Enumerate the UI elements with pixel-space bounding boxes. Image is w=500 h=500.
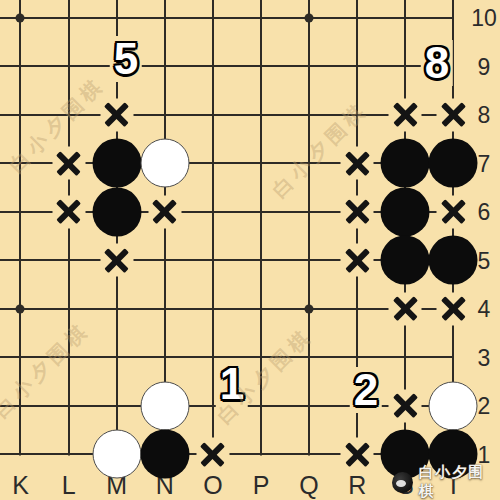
point-T8 bbox=[429, 91, 477, 140]
point-O10 bbox=[189, 0, 237, 42]
point-N9 bbox=[141, 42, 189, 91]
white-stone bbox=[140, 139, 189, 188]
point-S10 bbox=[381, 0, 429, 42]
point-R8 bbox=[333, 91, 381, 140]
point-M8 bbox=[93, 91, 141, 140]
black-stone bbox=[92, 187, 141, 236]
liberty-mark-x bbox=[437, 292, 470, 325]
point-R4 bbox=[333, 285, 381, 334]
point-K2 bbox=[0, 382, 45, 431]
point-N5 bbox=[141, 236, 189, 285]
black-stone bbox=[381, 187, 430, 236]
white-stone bbox=[92, 430, 141, 479]
liberty-mark-x bbox=[148, 195, 181, 228]
go-diagram: KLMNOPQRST 10987654321 5812 白小夕围棋 白小夕围棋 … bbox=[0, 0, 500, 500]
liberty-count-1: 1 bbox=[216, 361, 248, 407]
point-K10 bbox=[0, 0, 45, 42]
brand-logo-text: 白小夕围棋 bbox=[419, 463, 500, 500]
point-K6 bbox=[0, 188, 45, 237]
point-P4 bbox=[237, 285, 285, 334]
row-label-10: 10 bbox=[471, 5, 497, 32]
point-M6 bbox=[93, 188, 141, 237]
column-label-R: R bbox=[348, 471, 366, 500]
liberty-mark-x bbox=[52, 195, 85, 228]
liberty-mark-x bbox=[341, 195, 374, 228]
point-N10 bbox=[141, 0, 189, 42]
row-label-2: 2 bbox=[478, 393, 491, 420]
point-Q10 bbox=[285, 0, 333, 42]
liberty-mark-x bbox=[100, 98, 133, 131]
point-O8 bbox=[189, 91, 237, 140]
point-S7 bbox=[381, 139, 429, 188]
point-N1 bbox=[141, 430, 189, 479]
point-M5 bbox=[93, 236, 141, 285]
point-S5 bbox=[381, 236, 429, 285]
column-label-K: K bbox=[12, 471, 29, 500]
black-stone bbox=[429, 139, 478, 188]
row-label-4: 4 bbox=[478, 296, 491, 323]
point-M4 bbox=[93, 285, 141, 334]
point-K9 bbox=[0, 42, 45, 91]
point-Q9 bbox=[285, 42, 333, 91]
point-M7 bbox=[93, 139, 141, 188]
liberty-count-5: 5 bbox=[110, 36, 142, 82]
point-N6 bbox=[141, 188, 189, 237]
point-L3 bbox=[45, 333, 93, 382]
liberty-mark-x bbox=[389, 98, 422, 131]
black-stone bbox=[381, 139, 430, 188]
point-L4 bbox=[45, 285, 93, 334]
row-label-7: 7 bbox=[478, 150, 491, 177]
point-L2 bbox=[45, 382, 93, 431]
point-S6 bbox=[381, 188, 429, 237]
point-Q3 bbox=[285, 333, 333, 382]
point-P9 bbox=[237, 42, 285, 91]
liberty-mark-x bbox=[341, 244, 374, 277]
point-K3 bbox=[0, 333, 45, 382]
point-O4 bbox=[189, 285, 237, 334]
point-L9 bbox=[45, 42, 93, 91]
point-R10 bbox=[333, 0, 381, 42]
liberty-count-2: 2 bbox=[350, 367, 382, 413]
point-R5 bbox=[333, 236, 381, 285]
point-O5 bbox=[189, 236, 237, 285]
liberty-mark-x bbox=[389, 389, 422, 422]
point-O6 bbox=[189, 188, 237, 237]
point-Q8 bbox=[285, 91, 333, 140]
point-K7 bbox=[0, 139, 45, 188]
point-M1 bbox=[93, 430, 141, 479]
liberty-mark-x bbox=[196, 438, 229, 471]
point-Q5 bbox=[285, 236, 333, 285]
point-P6 bbox=[237, 188, 285, 237]
brand-logo-icon bbox=[392, 472, 413, 493]
point-T4 bbox=[429, 285, 477, 334]
liberty-mark-x bbox=[389, 292, 422, 325]
brand-logo: 白小夕围棋 bbox=[392, 463, 500, 500]
point-T7 bbox=[429, 139, 477, 188]
point-P8 bbox=[237, 91, 285, 140]
column-label-P: P bbox=[253, 471, 270, 500]
point-L7 bbox=[45, 139, 93, 188]
row-label-6: 6 bbox=[478, 199, 491, 226]
liberty-mark-x bbox=[341, 438, 374, 471]
point-R9 bbox=[333, 42, 381, 91]
column-label-Q: Q bbox=[299, 471, 318, 500]
point-N4 bbox=[141, 285, 189, 334]
point-T6 bbox=[429, 188, 477, 237]
point-Q6 bbox=[285, 188, 333, 237]
black-stone bbox=[429, 236, 478, 285]
liberty-count-8: 8 bbox=[421, 40, 453, 86]
point-T2 bbox=[429, 382, 477, 431]
point-P5 bbox=[237, 236, 285, 285]
row-label-9: 9 bbox=[478, 53, 491, 80]
point-Q7 bbox=[285, 139, 333, 188]
row-label-5: 5 bbox=[478, 247, 491, 274]
black-stone bbox=[140, 430, 189, 479]
column-label-O: O bbox=[203, 471, 222, 500]
point-K5 bbox=[0, 236, 45, 285]
liberty-mark-x bbox=[52, 147, 85, 180]
point-O9 bbox=[189, 42, 237, 91]
point-M3 bbox=[93, 333, 141, 382]
point-S8 bbox=[381, 91, 429, 140]
point-N8 bbox=[141, 91, 189, 140]
point-N7 bbox=[141, 139, 189, 188]
point-N2 bbox=[141, 382, 189, 431]
row-label-8: 8 bbox=[478, 102, 491, 129]
liberty-mark-x bbox=[437, 98, 470, 131]
point-K8 bbox=[0, 91, 45, 140]
point-L5 bbox=[45, 236, 93, 285]
white-stone bbox=[429, 381, 478, 430]
point-O7 bbox=[189, 139, 237, 188]
row-label-3: 3 bbox=[478, 344, 491, 371]
point-L6 bbox=[45, 188, 93, 237]
point-Q4 bbox=[285, 285, 333, 334]
black-stone bbox=[381, 236, 430, 285]
point-L8 bbox=[45, 91, 93, 140]
liberty-mark-x bbox=[341, 147, 374, 180]
point-T10 bbox=[429, 0, 477, 42]
liberty-mark-x bbox=[100, 244, 133, 277]
point-R6 bbox=[333, 188, 381, 237]
point-T3 bbox=[429, 333, 477, 382]
point-Q2 bbox=[285, 382, 333, 431]
point-S3 bbox=[381, 333, 429, 382]
point-R7 bbox=[333, 139, 381, 188]
black-stone bbox=[92, 139, 141, 188]
point-S2 bbox=[381, 382, 429, 431]
point-L10 bbox=[45, 0, 93, 42]
point-M2 bbox=[93, 382, 141, 431]
point-S4 bbox=[381, 285, 429, 334]
point-P10 bbox=[237, 0, 285, 42]
white-stone bbox=[140, 381, 189, 430]
point-K4 bbox=[0, 285, 45, 334]
point-P7 bbox=[237, 139, 285, 188]
point-T5 bbox=[429, 236, 477, 285]
point-N3 bbox=[141, 333, 189, 382]
column-label-L: L bbox=[62, 471, 76, 500]
liberty-mark-x bbox=[437, 195, 470, 228]
